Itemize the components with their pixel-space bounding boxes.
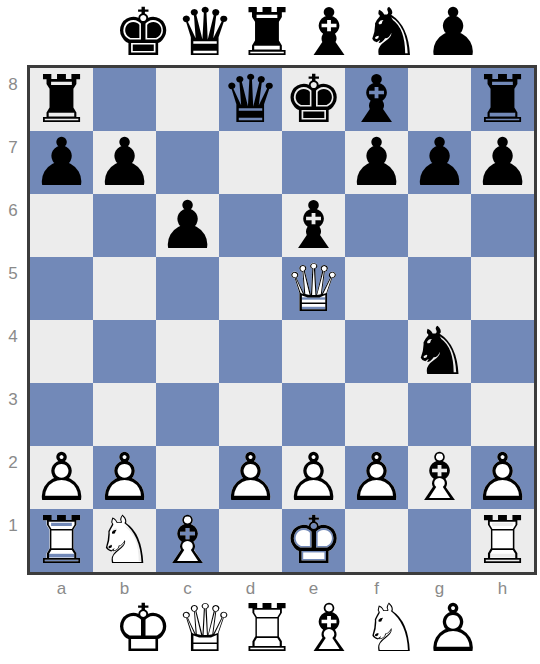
white-pawn-icon[interactable]: ♟♙ [219, 446, 282, 509]
square-d8[interactable]: ♛ [219, 68, 282, 131]
square-e1[interactable]: ♚♔ [282, 509, 345, 572]
black-queen-icon: ♛ [174, 1, 236, 64]
black-knight-icon: ♞ [360, 1, 422, 64]
white-queen-icon-outline: ♕ [282, 257, 345, 320]
square-h1[interactable]: ♜♖ [471, 509, 534, 572]
white-bishop-icon-outline: ♗ [156, 509, 219, 572]
square-a6[interactable] [30, 194, 93, 257]
legend-white-king: ♚♔ [112, 597, 174, 660]
legend-white-queen: ♛♕ [174, 597, 236, 660]
white-pawn-icon-outline: ♙ [219, 446, 282, 509]
square-e7[interactable] [282, 131, 345, 194]
square-h5[interactable] [471, 257, 534, 320]
legend-black-pawn: ♟ [422, 1, 484, 64]
legend-black-bishop: ♝ [298, 1, 360, 64]
file-label-f: f [345, 579, 408, 599]
square-f6[interactable] [345, 194, 408, 257]
square-h7[interactable]: ♟ [471, 131, 534, 194]
white-bishop-icon[interactable]: ♝♗ [156, 509, 219, 572]
white-knight-icon-fill: ♞ [93, 509, 156, 572]
file-label-c: c [156, 579, 219, 599]
square-a7[interactable]: ♟ [30, 131, 93, 194]
white-king-icon-fill: ♚ [112, 597, 174, 660]
black-pawn-icon[interactable]: ♟ [156, 194, 219, 257]
file-label-b: b [93, 579, 156, 599]
rank-label-3: 3 [0, 390, 26, 410]
square-g1[interactable] [408, 509, 471, 572]
black-king-icon: ♚ [112, 1, 174, 64]
white-queen-icon-outline: ♕ [174, 597, 236, 660]
white-pawn-icon[interactable]: ♟♙ [30, 446, 93, 509]
rank-label-7: 7 [0, 138, 26, 158]
board-frame: ♜♛♚♝♜♟♟♟♟♟♟♝♛♕♞♟♙♟♙♟♙♟♙♟♙♝♗♟♙♜♖♞♘♝♗♚♔♜♖ [27, 65, 537, 575]
black-rook-icon-solid: ♜ [236, 1, 298, 64]
square-c5[interactable] [156, 257, 219, 320]
square-f8[interactable]: ♝ [345, 68, 408, 131]
black-knight-icon-solid: ♞ [408, 320, 471, 383]
legend-black-queen: ♛ [174, 1, 236, 64]
black-bishop-icon-solid: ♝ [282, 194, 345, 257]
square-g2[interactable]: ♝♗ [408, 446, 471, 509]
square-c3[interactable] [156, 383, 219, 446]
white-pawn-icon-fill: ♟ [30, 446, 93, 509]
square-g7[interactable]: ♟ [408, 131, 471, 194]
legend-black-king: ♚ [112, 1, 174, 64]
white-king-icon-outline: ♔ [282, 509, 345, 572]
white-rook-icon-fill: ♜ [30, 509, 93, 572]
rank-label-5: 5 [0, 264, 26, 284]
white-rook-icon[interactable]: ♜♖ [30, 509, 93, 572]
white-bishop-icon-fill: ♝ [156, 509, 219, 572]
white-knight-icon-outline: ♘ [360, 597, 422, 660]
square-c7[interactable] [156, 131, 219, 194]
white-rook-icon: ♜♖ [236, 597, 298, 660]
white-rook-icon-outline: ♖ [30, 509, 93, 572]
black-pawn-icon-solid: ♟ [422, 1, 484, 64]
square-e4[interactable] [282, 320, 345, 383]
white-bishop-icon-fill: ♝ [408, 446, 471, 509]
square-c1[interactable]: ♝♗ [156, 509, 219, 572]
file-label-h: h [471, 579, 534, 599]
black-king-icon-solid: ♚ [112, 1, 174, 64]
square-a2[interactable]: ♟♙ [30, 446, 93, 509]
square-b8[interactable] [93, 68, 156, 131]
white-knight-icon[interactable]: ♞♘ [93, 509, 156, 572]
square-d3[interactable] [219, 383, 282, 446]
square-b2[interactable]: ♟♙ [93, 446, 156, 509]
square-f7[interactable]: ♟ [345, 131, 408, 194]
white-pieces-legend-row: ♚♔♛♕♜♖♝♗♞♘♟♙ [112, 597, 484, 660]
square-d5[interactable] [219, 257, 282, 320]
white-bishop-icon-outline: ♗ [298, 597, 360, 660]
white-pawn-icon-fill: ♟ [345, 446, 408, 509]
black-pieces-legend-row: ♚♛♜♝♞♟ [112, 1, 484, 64]
white-pawn-icon[interactable]: ♟♙ [93, 446, 156, 509]
black-bishop-icon[interactable]: ♝ [282, 194, 345, 257]
white-pawn-icon: ♟♙ [422, 597, 484, 660]
square-g6[interactable] [408, 194, 471, 257]
black-rook-icon[interactable]: ♜ [30, 68, 93, 131]
black-bishop-icon-solid: ♝ [298, 1, 360, 64]
file-label-g: g [408, 579, 471, 599]
white-pawn-icon-fill: ♟ [471, 446, 534, 509]
square-b3[interactable] [93, 383, 156, 446]
white-queen-icon[interactable]: ♛♕ [282, 257, 345, 320]
black-pawn-icon-solid: ♟ [93, 131, 156, 194]
rank-label-2: 2 [0, 453, 26, 473]
white-king-icon[interactable]: ♚♔ [282, 509, 345, 572]
square-c8[interactable] [156, 68, 219, 131]
white-bishop-icon-fill: ♝ [298, 597, 360, 660]
square-e2[interactable]: ♟♙ [282, 446, 345, 509]
square-e3[interactable] [282, 383, 345, 446]
black-king-icon[interactable]: ♚ [282, 68, 345, 131]
black-pawn-icon[interactable]: ♟ [471, 131, 534, 194]
white-knight-icon: ♞♘ [360, 597, 422, 660]
square-h3[interactable] [471, 383, 534, 446]
black-pawn-icon[interactable]: ♟ [345, 131, 408, 194]
black-bishop-icon[interactable]: ♝ [345, 68, 408, 131]
black-pawn-icon[interactable]: ♟ [30, 131, 93, 194]
black-rook-icon-solid: ♜ [471, 68, 534, 131]
square-d4[interactable] [219, 320, 282, 383]
square-b5[interactable] [93, 257, 156, 320]
square-b6[interactable] [93, 194, 156, 257]
black-queen-icon[interactable]: ♛ [219, 68, 282, 131]
square-d2[interactable]: ♟♙ [219, 446, 282, 509]
square-b7[interactable]: ♟ [93, 131, 156, 194]
square-a1[interactable]: ♜♖ [30, 509, 93, 572]
rank-label-1: 1 [0, 516, 26, 536]
legend-black-knight: ♞ [360, 1, 422, 64]
black-bishop-icon: ♝ [298, 1, 360, 64]
square-c4[interactable] [156, 320, 219, 383]
white-rook-icon-outline: ♖ [236, 597, 298, 660]
white-pawn-icon-fill: ♟ [422, 597, 484, 660]
square-g4[interactable]: ♞ [408, 320, 471, 383]
file-label-a: a [30, 579, 93, 599]
black-pawn-icon-solid: ♟ [471, 131, 534, 194]
chess-diagram: ♚♛♜♝♞♟ 87654321 ♜♛♚♝♜♟♟♟♟♟♟♝♛♕♞♟♙♟♙♟♙♟♙♟… [0, 0, 540, 664]
white-bishop-icon: ♝♗ [298, 597, 360, 660]
white-pawn-icon-fill: ♟ [219, 446, 282, 509]
square-f5[interactable] [345, 257, 408, 320]
black-pawn-icon-solid: ♟ [345, 131, 408, 194]
file-label-d: d [219, 579, 282, 599]
square-g8[interactable] [408, 68, 471, 131]
white-queen-icon-fill: ♛ [282, 257, 345, 320]
white-pawn-icon-outline: ♙ [422, 597, 484, 660]
white-rook-icon[interactable]: ♜♖ [471, 509, 534, 572]
black-rook-icon-solid: ♜ [30, 68, 93, 131]
chess-board: ♜♛♚♝♜♟♟♟♟♟♟♝♛♕♞♟♙♟♙♟♙♟♙♟♙♝♗♟♙♜♖♞♘♝♗♚♔♜♖ [30, 68, 534, 572]
rank-label-8: 8 [0, 75, 26, 95]
square-c2[interactable] [156, 446, 219, 509]
white-pawn-icon-fill: ♟ [93, 446, 156, 509]
square-g3[interactable] [408, 383, 471, 446]
square-g5[interactable] [408, 257, 471, 320]
white-king-icon: ♚♔ [112, 597, 174, 660]
white-knight-icon-outline: ♘ [93, 509, 156, 572]
square-a8[interactable]: ♜ [30, 68, 93, 131]
file-labels: abcdefgh [30, 579, 534, 599]
black-queen-icon-solid: ♛ [219, 68, 282, 131]
white-rook-icon-fill: ♜ [471, 509, 534, 572]
black-pawn-icon[interactable]: ♟ [408, 131, 471, 194]
legend-black-rook: ♜ [236, 1, 298, 64]
rank-label-4: 4 [0, 327, 26, 347]
square-d1[interactable] [219, 509, 282, 572]
white-pawn-icon-fill: ♟ [282, 446, 345, 509]
white-king-icon-outline: ♔ [112, 597, 174, 660]
legend-white-rook: ♜♖ [236, 597, 298, 660]
white-pawn-icon[interactable]: ♟♙ [471, 446, 534, 509]
square-h6[interactable] [471, 194, 534, 257]
black-knight-icon-solid: ♞ [360, 1, 422, 64]
square-e8[interactable]: ♚ [282, 68, 345, 131]
black-pawn-icon-solid: ♟ [30, 131, 93, 194]
white-king-icon-fill: ♚ [282, 509, 345, 572]
black-rook-icon: ♜ [236, 1, 298, 64]
black-bishop-icon-solid: ♝ [345, 68, 408, 131]
black-pawn-icon-solid: ♟ [156, 194, 219, 257]
white-pawn-icon-outline: ♙ [282, 446, 345, 509]
square-e6[interactable]: ♝ [282, 194, 345, 257]
square-f1[interactable] [345, 509, 408, 572]
square-b4[interactable] [93, 320, 156, 383]
legend-white-pawn: ♟♙ [422, 597, 484, 660]
white-rook-icon-fill: ♜ [236, 597, 298, 660]
square-a5[interactable] [30, 257, 93, 320]
rank-label-6: 6 [0, 201, 26, 221]
white-bishop-icon[interactable]: ♝♗ [408, 446, 471, 509]
white-pawn-icon-outline: ♙ [345, 446, 408, 509]
black-pawn-icon[interactable]: ♟ [93, 131, 156, 194]
white-knight-icon-fill: ♞ [360, 597, 422, 660]
square-b1[interactable]: ♞♘ [93, 509, 156, 572]
square-a4[interactable] [30, 320, 93, 383]
black-pawn-icon: ♟ [422, 1, 484, 64]
black-pawn-icon-solid: ♟ [408, 131, 471, 194]
black-knight-icon[interactable]: ♞ [408, 320, 471, 383]
square-h4[interactable] [471, 320, 534, 383]
rank-labels: 87654321 [0, 68, 26, 572]
black-king-icon-solid: ♚ [282, 68, 345, 131]
square-f4[interactable] [345, 320, 408, 383]
white-queen-icon-fill: ♛ [174, 597, 236, 660]
legend-white-knight: ♞♘ [360, 597, 422, 660]
file-label-e: e [282, 579, 345, 599]
square-f3[interactable] [345, 383, 408, 446]
white-pawn-icon-outline: ♙ [93, 446, 156, 509]
black-rook-icon[interactable]: ♜ [471, 68, 534, 131]
white-queen-icon: ♛♕ [174, 597, 236, 660]
legend-white-bishop: ♝♗ [298, 597, 360, 660]
square-h2[interactable]: ♟♙ [471, 446, 534, 509]
square-e5[interactable]: ♛♕ [282, 257, 345, 320]
white-bishop-icon-outline: ♗ [408, 446, 471, 509]
square-h8[interactable]: ♜ [471, 68, 534, 131]
white-pawn-icon[interactable]: ♟♙ [282, 446, 345, 509]
square-a3[interactable] [30, 383, 93, 446]
square-c6[interactable]: ♟ [156, 194, 219, 257]
white-pawn-icon[interactable]: ♟♙ [345, 446, 408, 509]
white-pawn-icon-outline: ♙ [30, 446, 93, 509]
black-queen-icon-solid: ♛ [174, 1, 236, 64]
square-d6[interactable] [219, 194, 282, 257]
white-rook-icon-outline: ♖ [471, 509, 534, 572]
square-f2[interactable]: ♟♙ [345, 446, 408, 509]
square-d7[interactable] [219, 131, 282, 194]
white-pawn-icon-outline: ♙ [471, 446, 534, 509]
